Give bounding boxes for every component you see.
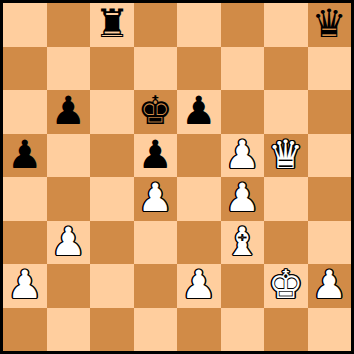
- piece-white-pawn[interactable]: ♟: [225, 178, 260, 217]
- square-h3[interactable]: [308, 221, 352, 265]
- square-d4[interactable]: ♟: [134, 177, 178, 221]
- square-a6[interactable]: [3, 90, 47, 134]
- piece-black-queen[interactable]: ♛: [312, 4, 347, 43]
- square-b6[interactable]: ♟: [47, 90, 91, 134]
- square-d7[interactable]: [134, 47, 178, 91]
- square-h8[interactable]: ♛: [308, 3, 352, 47]
- square-d1[interactable]: [134, 308, 178, 352]
- square-c7[interactable]: [90, 47, 134, 91]
- square-f8[interactable]: [221, 3, 265, 47]
- square-a3[interactable]: [3, 221, 47, 265]
- square-a8[interactable]: [3, 3, 47, 47]
- square-c6[interactable]: [90, 90, 134, 134]
- square-h4[interactable]: [308, 177, 352, 221]
- piece-white-bishop[interactable]: ♝: [225, 222, 260, 261]
- square-g4[interactable]: [264, 177, 308, 221]
- square-a4[interactable]: [3, 177, 47, 221]
- square-b3[interactable]: ♟: [47, 221, 91, 265]
- piece-white-pawn[interactable]: ♟: [225, 135, 260, 174]
- square-e3[interactable]: [177, 221, 221, 265]
- square-c2[interactable]: [90, 264, 134, 308]
- square-d6[interactable]: ♚: [134, 90, 178, 134]
- square-b7[interactable]: [47, 47, 91, 91]
- square-d2[interactable]: [134, 264, 178, 308]
- piece-black-pawn[interactable]: ♟: [51, 91, 86, 130]
- square-d8[interactable]: [134, 3, 178, 47]
- square-a2[interactable]: ♟: [3, 264, 47, 308]
- square-e8[interactable]: [177, 3, 221, 47]
- piece-white-king[interactable]: ♚: [268, 265, 303, 304]
- square-e5[interactable]: [177, 134, 221, 178]
- square-b4[interactable]: [47, 177, 91, 221]
- square-g1[interactable]: [264, 308, 308, 352]
- square-b8[interactable]: [47, 3, 91, 47]
- square-h7[interactable]: [308, 47, 352, 91]
- square-f5[interactable]: ♟: [221, 134, 265, 178]
- square-e2[interactable]: ♟: [177, 264, 221, 308]
- square-f1[interactable]: [221, 308, 265, 352]
- square-e4[interactable]: [177, 177, 221, 221]
- square-b1[interactable]: [47, 308, 91, 352]
- piece-black-pawn[interactable]: ♟: [7, 135, 42, 174]
- square-f4[interactable]: ♟: [221, 177, 265, 221]
- square-f7[interactable]: [221, 47, 265, 91]
- square-c4[interactable]: [90, 177, 134, 221]
- square-f3[interactable]: ♝: [221, 221, 265, 265]
- piece-white-pawn[interactable]: ♟: [138, 178, 173, 217]
- piece-black-pawn[interactable]: ♟: [181, 91, 216, 130]
- piece-white-queen[interactable]: ♛: [268, 135, 303, 174]
- piece-black-rook[interactable]: ♜: [94, 4, 129, 43]
- square-d5[interactable]: ♟: [134, 134, 178, 178]
- square-a5[interactable]: ♟: [3, 134, 47, 178]
- piece-black-pawn[interactable]: ♟: [138, 135, 173, 174]
- square-a7[interactable]: [3, 47, 47, 91]
- square-c3[interactable]: [90, 221, 134, 265]
- square-h2[interactable]: ♟: [308, 264, 352, 308]
- square-b2[interactable]: [47, 264, 91, 308]
- piece-white-pawn[interactable]: ♟: [51, 222, 86, 261]
- square-f2[interactable]: [221, 264, 265, 308]
- square-e6[interactable]: ♟: [177, 90, 221, 134]
- square-e1[interactable]: [177, 308, 221, 352]
- square-b5[interactable]: [47, 134, 91, 178]
- square-e7[interactable]: [177, 47, 221, 91]
- square-g2[interactable]: ♚: [264, 264, 308, 308]
- piece-white-pawn[interactable]: ♟: [312, 265, 347, 304]
- square-c5[interactable]: [90, 134, 134, 178]
- square-f6[interactable]: [221, 90, 265, 134]
- square-g3[interactable]: [264, 221, 308, 265]
- square-d3[interactable]: [134, 221, 178, 265]
- square-a1[interactable]: [3, 308, 47, 352]
- piece-black-king[interactable]: ♚: [138, 91, 173, 130]
- square-g7[interactable]: [264, 47, 308, 91]
- square-c1[interactable]: [90, 308, 134, 352]
- piece-white-pawn[interactable]: ♟: [7, 265, 42, 304]
- square-h1[interactable]: [308, 308, 352, 352]
- piece-white-pawn[interactable]: ♟: [181, 265, 216, 304]
- square-g5[interactable]: ♛: [264, 134, 308, 178]
- square-h5[interactable]: [308, 134, 352, 178]
- chess-board: ♜♛♟♚♟♟♟♟♛♟♟♟♝♟♟♚♟: [0, 0, 354, 354]
- square-c8[interactable]: ♜: [90, 3, 134, 47]
- square-h6[interactable]: [308, 90, 352, 134]
- square-g8[interactable]: [264, 3, 308, 47]
- square-g6[interactable]: [264, 90, 308, 134]
